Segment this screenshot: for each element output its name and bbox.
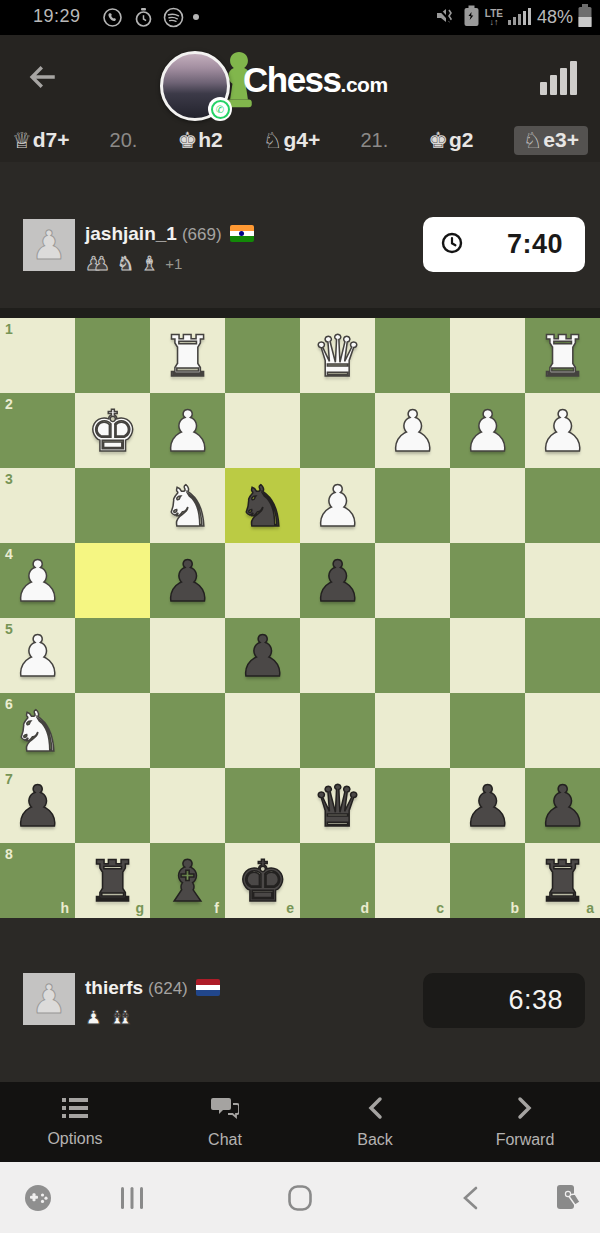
square-g6[interactable]	[75, 693, 150, 768]
square-g2[interactable]: ♚	[75, 393, 150, 468]
square-g8[interactable]: g♜	[75, 843, 150, 918]
black-pawn: ♟	[300, 543, 375, 618]
square-d7[interactable]: ♛	[300, 768, 375, 843]
touch-screen-icon[interactable]	[548, 1162, 588, 1233]
square-f5[interactable]	[150, 618, 225, 693]
black-clock-time: 6:38	[508, 985, 563, 1016]
king-figurine: ♚	[177, 128, 197, 153]
rank-label-4: 4	[5, 546, 13, 562]
square-a5[interactable]	[525, 618, 600, 693]
square-e8[interactable]: e♚	[225, 843, 300, 918]
square-e3[interactable]: ♞	[225, 468, 300, 543]
square-d2[interactable]	[300, 393, 375, 468]
square-h7[interactable]: 7♟	[0, 768, 75, 843]
square-b2[interactable]: ♟	[450, 393, 525, 468]
square-d3[interactable]: ♟	[300, 468, 375, 543]
move-number-20: 20.	[110, 129, 138, 152]
square-f2[interactable]: ♟	[150, 393, 225, 468]
move-forward-button[interactable]: Forward	[450, 1082, 600, 1162]
black-clock: 6:38	[423, 973, 585, 1028]
player-panel-black: ♟ thierfs(624) ♟ ♝ ♝ 6:38	[0, 918, 600, 1082]
square-c8[interactable]: c	[375, 843, 450, 918]
black-king: ♚	[225, 843, 300, 918]
timer-status-icon	[133, 7, 154, 32]
battery-saver-icon	[463, 5, 480, 31]
black-queen: ♛	[300, 768, 375, 843]
file-label-c: c	[436, 900, 444, 916]
move-kg2[interactable]: ♚g2	[428, 128, 473, 153]
white-knight: ♞	[150, 468, 225, 543]
mute-vibrate-icon	[435, 5, 458, 30]
square-a4[interactable]	[525, 543, 600, 618]
rank-label-2: 2	[5, 396, 13, 412]
signal-strength-icon	[508, 6, 532, 30]
move-qd7[interactable]: ♕d7+	[12, 128, 70, 153]
rank-label-7: 7	[5, 771, 13, 787]
white-pawn: ♟	[0, 543, 75, 618]
material-advantage: +1	[165, 255, 182, 272]
white-rook: ♜	[525, 318, 600, 393]
square-e1[interactable]	[225, 318, 300, 393]
square-h2[interactable]: 2	[0, 393, 75, 468]
white-pawn: ♟	[300, 468, 375, 543]
file-label-e: e	[286, 900, 294, 916]
square-g7[interactable]	[75, 768, 150, 843]
black-bishop: ♝	[150, 843, 225, 918]
white-queen-figurine: ♕	[12, 128, 32, 153]
player-panel-white: ♟ jashjain_1(669) ♟ ♟ ♞ ♝ +1 7:40	[0, 162, 600, 308]
square-f3[interactable]: ♞	[150, 468, 225, 543]
player-rating: (669)	[182, 225, 222, 244]
white-pawn: ♟	[150, 393, 225, 468]
android-back-icon[interactable]	[450, 1162, 490, 1233]
player-rating: (624)	[148, 979, 188, 998]
black-pawn: ♟	[0, 768, 75, 843]
white-rook: ♜	[150, 318, 225, 393]
board-top-shadow	[0, 308, 600, 318]
back-chevron-icon	[367, 1096, 383, 1124]
square-a7[interactable]: ♟	[525, 768, 600, 843]
notification-dot-icon	[193, 14, 199, 20]
square-h8[interactable]: 8h	[0, 843, 75, 918]
india-flag-icon	[230, 225, 254, 242]
white-queen: ♛	[300, 318, 375, 393]
black-rook: ♜	[75, 843, 150, 918]
square-f6[interactable]	[150, 693, 225, 768]
square-a6[interactable]	[525, 693, 600, 768]
square-a2[interactable]: ♟	[525, 393, 600, 468]
white-pawn: ♟	[525, 393, 600, 468]
square-e5[interactable]: ♟	[225, 618, 300, 693]
square-e2[interactable]	[225, 393, 300, 468]
square-b8[interactable]: b	[450, 843, 525, 918]
file-label-h: h	[60, 900, 69, 916]
square-a1[interactable]: ♜	[525, 318, 600, 393]
black-knight: ♞	[225, 468, 300, 543]
captured-black-bishop: ♝	[141, 253, 158, 273]
captured-white-pawn: ♟	[85, 1007, 102, 1027]
recents-icon[interactable]	[112, 1162, 152, 1233]
back-arrow-icon[interactable]	[25, 60, 59, 94]
move-ne3-current[interactable]: ♘e3+	[514, 126, 588, 155]
white-clock-time: 7:40	[507, 229, 563, 260]
chesscom-logo[interactable]: Chess.com ✆	[160, 35, 420, 127]
square-c3[interactable]	[375, 468, 450, 543]
square-h5[interactable]: 5♟	[0, 618, 75, 693]
game-launcher-icon[interactable]	[18, 1162, 58, 1233]
clock-icon	[441, 232, 463, 258]
black-pawn: ♟	[225, 618, 300, 693]
square-b5[interactable]	[450, 618, 525, 693]
square-e7[interactable]	[225, 768, 300, 843]
square-c2[interactable]: ♟	[375, 393, 450, 468]
square-b6[interactable]	[450, 693, 525, 768]
square-c7[interactable]	[375, 768, 450, 843]
square-h4[interactable]: 4♟	[0, 543, 75, 618]
whatsapp-status-icon	[102, 7, 123, 32]
square-c4[interactable]	[375, 543, 450, 618]
black-pawn: ♟	[450, 768, 525, 843]
square-b7[interactable]: ♟	[450, 768, 525, 843]
square-b4[interactable]	[450, 543, 525, 618]
rank-label-8: 8	[5, 846, 13, 862]
black-rook: ♜	[525, 843, 600, 918]
netherlands-flag-icon	[196, 979, 220, 996]
square-h3[interactable]: 3	[0, 468, 75, 543]
square-f8[interactable]: f♝	[150, 843, 225, 918]
square-d1[interactable]: ♛	[300, 318, 375, 393]
square-h1[interactable]: 1	[0, 318, 75, 393]
white-pawn: ♟	[375, 393, 450, 468]
white-knight: ♞	[0, 693, 75, 768]
square-f7[interactable]	[150, 768, 225, 843]
square-d5[interactable]	[300, 618, 375, 693]
square-e4[interactable]	[225, 543, 300, 618]
black-pawn: ♟	[525, 768, 600, 843]
square-a3[interactable]	[525, 468, 600, 543]
whatsapp-badge-icon: ✆	[208, 97, 232, 121]
lte-network-icon: LTE ↓↑	[485, 9, 503, 27]
black-pawn: ♟	[150, 543, 225, 618]
android-nav-bar	[0, 1162, 600, 1233]
move-kh2[interactable]: ♚h2	[177, 128, 222, 153]
square-g1[interactable]	[75, 318, 150, 393]
captured-pieces-tray: ♟ ♝ ♝	[85, 1006, 134, 1028]
captured-white-bishop: ♝	[117, 1007, 134, 1027]
chess-board: 1♜♛♜2♚♟♟♟♟3♞♞♟4♟♟♟5♟♟6♞7♟♛♟♟8hg♜f♝e♚dcba…	[0, 318, 600, 918]
captured-black-pawn: ♟	[93, 253, 110, 273]
captured-pieces-tray: ♟ ♟ ♞ ♝ +1	[85, 252, 182, 274]
move-back-button[interactable]: Back	[300, 1082, 450, 1162]
home-icon[interactable]	[280, 1162, 320, 1233]
white-pawn: ♟	[450, 393, 525, 468]
square-g5[interactable]	[75, 618, 150, 693]
status-bar: 19:29 LTE ↓↑ 48%	[0, 0, 600, 35]
pawn-avatar-icon: ♟	[31, 219, 67, 271]
app-header: Chess.com ✆	[0, 35, 600, 118]
rank-label-1: 1	[5, 321, 13, 337]
battery-icon	[578, 4, 592, 32]
square-b1[interactable]	[450, 318, 525, 393]
file-label-b: b	[510, 900, 519, 916]
chesscom-wordmark: Chess.com	[243, 60, 388, 100]
square-f4[interactable]: ♟	[150, 543, 225, 618]
spotify-status-icon	[163, 7, 184, 32]
battery-percent: 48%	[537, 7, 573, 28]
file-label-f: f	[214, 900, 219, 916]
pawn-avatar-icon: ♟	[31, 973, 67, 1025]
captured-black-knight: ♞	[117, 253, 134, 273]
options-list-icon	[62, 1097, 88, 1123]
square-f1[interactable]: ♜	[150, 318, 225, 393]
square-c6[interactable]	[375, 693, 450, 768]
forward-chevron-icon	[517, 1096, 533, 1124]
move-ng4[interactable]: ♘g4+	[263, 128, 321, 153]
stats-bars-icon[interactable]	[540, 59, 582, 95]
player-avatar[interactable]: ♟	[23, 973, 75, 1025]
player-avatar[interactable]: ♟	[23, 219, 75, 271]
move-number-21: 21.	[360, 129, 388, 152]
king-figurine: ♚	[428, 128, 448, 153]
player-name[interactable]: jashjain_1	[85, 223, 177, 244]
file-label-g: g	[135, 900, 144, 916]
rank-label-6: 6	[5, 696, 13, 712]
white-king: ♚	[75, 393, 150, 468]
square-d8[interactable]: d	[300, 843, 375, 918]
square-d4[interactable]: ♟	[300, 543, 375, 618]
rank-label-5: 5	[5, 621, 13, 637]
file-label-a: a	[586, 900, 594, 916]
square-h6[interactable]: 6♞	[0, 693, 75, 768]
square-d6[interactable]	[300, 693, 375, 768]
white-clock: 7:40	[423, 217, 585, 272]
square-e6[interactable]	[225, 693, 300, 768]
square-b3[interactable]	[450, 468, 525, 543]
square-c5[interactable]	[375, 618, 450, 693]
file-label-d: d	[360, 900, 369, 916]
white-pawn: ♟	[0, 618, 75, 693]
options-button[interactable]: Options	[0, 1082, 150, 1162]
rank-label-3: 3	[5, 471, 13, 487]
square-g3[interactable]	[75, 468, 150, 543]
player-name[interactable]: thierfs	[85, 977, 143, 998]
chat-bubbles-icon	[211, 1096, 239, 1124]
status-time: 19:29	[33, 6, 81, 27]
knight-figurine: ♘	[523, 128, 543, 153]
chat-button[interactable]: Chat	[150, 1082, 300, 1162]
knight-figurine: ♘	[263, 128, 283, 153]
game-toolbar: Options Chat Back Forward	[0, 1082, 600, 1162]
square-c1[interactable]	[375, 318, 450, 393]
square-g4[interactable]	[75, 543, 150, 618]
square-a8[interactable]: a♜	[525, 843, 600, 918]
